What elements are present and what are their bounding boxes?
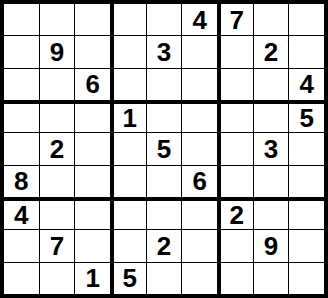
cell-r8c5[interactable]: 2 [147,230,182,261]
cell-r3c6[interactable] [182,69,217,100]
cell-r9c7[interactable] [218,263,253,294]
cell-r7c9[interactable] [289,198,324,229]
cell-r4c6[interactable] [182,101,217,132]
cell-r3c4[interactable] [111,69,146,100]
cell-r6c2[interactable] [40,166,75,197]
cell-r5c1[interactable] [4,133,39,164]
cell-r2c1[interactable] [4,36,39,67]
cell-r6c9[interactable] [289,166,324,197]
cell-r7c3[interactable] [75,198,110,229]
cell-r7c6[interactable] [182,198,217,229]
cell-r6c7[interactable] [218,166,253,197]
cell-r8c7[interactable] [218,230,253,261]
sudoku-board: 479326415253864272915 [0,0,328,298]
cell-r1c3[interactable] [75,4,110,35]
cell-r8c2[interactable]: 7 [40,230,75,261]
cell-r8c9[interactable] [289,230,324,261]
cell-r1c4[interactable] [111,4,146,35]
cell-r1c1[interactable] [4,4,39,35]
cell-r7c5[interactable] [147,198,182,229]
cell-r8c1[interactable] [4,230,39,261]
cell-r9c3[interactable]: 1 [75,263,110,294]
cell-r9c2[interactable] [40,263,75,294]
cell-r4c7[interactable] [218,101,253,132]
cell-r1c8[interactable] [254,4,289,35]
cell-r4c9[interactable]: 5 [289,101,324,132]
cell-r5c2[interactable]: 2 [40,133,75,164]
cell-r3c2[interactable] [40,69,75,100]
cell-r7c2[interactable] [40,198,75,229]
cell-r1c5[interactable] [147,4,182,35]
cell-r3c3[interactable]: 6 [75,69,110,100]
cell-r9c8[interactable] [254,263,289,294]
cell-r2c9[interactable] [289,36,324,67]
cell-r9c4[interactable]: 5 [111,263,146,294]
cell-r2c4[interactable] [111,36,146,67]
cell-r3c9[interactable]: 4 [289,69,324,100]
cell-r2c3[interactable] [75,36,110,67]
cell-r3c7[interactable] [218,69,253,100]
cell-r4c5[interactable] [147,101,182,132]
cell-r2c5[interactable]: 3 [147,36,182,67]
cell-r9c6[interactable] [182,263,217,294]
cell-r5c6[interactable] [182,133,217,164]
cell-r7c7[interactable]: 2 [218,198,253,229]
cell-r1c7[interactable]: 7 [218,4,253,35]
cell-r5c4[interactable] [111,133,146,164]
cell-r6c4[interactable] [111,166,146,197]
cell-r5c7[interactable] [218,133,253,164]
cell-r4c8[interactable] [254,101,289,132]
cell-r2c8[interactable]: 2 [254,36,289,67]
cell-r2c7[interactable] [218,36,253,67]
cell-r5c9[interactable] [289,133,324,164]
cell-r2c2[interactable]: 9 [40,36,75,67]
cell-r1c6[interactable]: 4 [182,4,217,35]
cell-r5c8[interactable]: 3 [254,133,289,164]
cell-r4c2[interactable] [40,101,75,132]
cell-r3c8[interactable] [254,69,289,100]
cell-r6c1[interactable]: 8 [4,166,39,197]
cell-r6c6[interactable]: 6 [182,166,217,197]
cell-r8c6[interactable] [182,230,217,261]
cell-r3c5[interactable] [147,69,182,100]
cell-r5c3[interactable] [75,133,110,164]
cell-r8c3[interactable] [75,230,110,261]
cell-r7c8[interactable] [254,198,289,229]
cell-r4c4[interactable]: 1 [111,101,146,132]
cell-r9c5[interactable] [147,263,182,294]
cell-r8c4[interactable] [111,230,146,261]
cell-r7c1[interactable]: 4 [4,198,39,229]
cell-r1c2[interactable] [40,4,75,35]
cell-r4c1[interactable] [4,101,39,132]
cell-r1c9[interactable] [289,4,324,35]
cell-r7c4[interactable] [111,198,146,229]
cell-r9c9[interactable] [289,263,324,294]
cell-r2c6[interactable] [182,36,217,67]
cell-r6c5[interactable] [147,166,182,197]
cell-r9c1[interactable] [4,263,39,294]
cell-r5c5[interactable]: 5 [147,133,182,164]
cell-r6c8[interactable] [254,166,289,197]
cell-r8c8[interactable]: 9 [254,230,289,261]
cell-r4c3[interactable] [75,101,110,132]
cell-r3c1[interactable] [4,69,39,100]
cell-r6c3[interactable] [75,166,110,197]
